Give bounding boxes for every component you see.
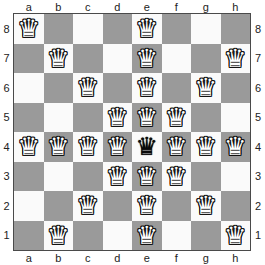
file-label-bottom-g: g — [191, 251, 221, 265]
square-f6[interactable] — [162, 73, 192, 103]
square-h1[interactable]: ♛ — [221, 221, 251, 251]
square-e8[interactable]: ♛ — [132, 14, 162, 44]
square-e4[interactable]: ♛ — [132, 132, 162, 162]
square-d6[interactable] — [103, 73, 133, 103]
square-c4[interactable]: ♛ — [73, 132, 103, 162]
square-b2[interactable] — [44, 191, 74, 221]
white-queen[interactable]: ♛ — [136, 44, 158, 74]
square-h5[interactable] — [221, 103, 251, 133]
square-h3[interactable] — [221, 162, 251, 192]
chess-board: ♛♛♛♛♛♛♛♛♛♛♛♛♛♛♛♛♛♛♛♛♛♛♛♛♛♛♛♛ — [13, 13, 251, 251]
square-a2[interactable] — [14, 191, 44, 221]
square-f7[interactable] — [162, 44, 192, 74]
square-e1[interactable]: ♛ — [132, 221, 162, 251]
white-queen[interactable]: ♛ — [136, 103, 158, 133]
rank-label-right-1: 1 — [251, 221, 265, 251]
square-a3[interactable] — [14, 162, 44, 192]
square-b5[interactable] — [44, 103, 74, 133]
square-g1[interactable] — [191, 221, 221, 251]
file-label-top-d: d — [103, 0, 133, 13]
white-queen[interactable]: ♛ — [136, 73, 158, 103]
file-label-top-g: g — [191, 0, 221, 13]
square-e6[interactable]: ♛ — [132, 73, 162, 103]
square-d3[interactable]: ♛ — [103, 162, 133, 192]
square-c2[interactable]: ♛ — [73, 191, 103, 221]
square-e7[interactable]: ♛ — [132, 44, 162, 74]
file-label-top-f: f — [162, 0, 192, 13]
square-a6[interactable] — [14, 73, 44, 103]
file-labels-bottom: abcdefgh — [14, 251, 250, 265]
white-queen[interactable]: ♛ — [47, 132, 69, 162]
square-f5[interactable]: ♛ — [162, 103, 192, 133]
rank-label-right-5: 5 — [251, 103, 265, 133]
square-g7[interactable] — [191, 44, 221, 74]
square-d2[interactable] — [103, 191, 133, 221]
square-e2[interactable]: ♛ — [132, 191, 162, 221]
square-c3[interactable] — [73, 162, 103, 192]
white-queen[interactable]: ♛ — [106, 103, 128, 133]
square-g8[interactable] — [191, 14, 221, 44]
file-label-bottom-c: c — [73, 251, 103, 265]
white-queen[interactable]: ♛ — [165, 132, 187, 162]
square-h4[interactable]: ♛ — [221, 132, 251, 162]
square-d5[interactable]: ♛ — [103, 103, 133, 133]
square-c7[interactable] — [73, 44, 103, 74]
square-a5[interactable] — [14, 103, 44, 133]
square-c5[interactable] — [73, 103, 103, 133]
chess-diagram: abcdefgh abcdefgh 87654321 87654321 ♛♛♛♛… — [0, 0, 265, 265]
rank-label-left-7: 7 — [0, 44, 13, 74]
file-label-bottom-b: b — [44, 251, 74, 265]
square-a4[interactable]: ♛ — [14, 132, 44, 162]
square-f1[interactable] — [162, 221, 192, 251]
rank-label-right-6: 6 — [251, 73, 265, 103]
square-d7[interactable] — [103, 44, 133, 74]
square-b3[interactable] — [44, 162, 74, 192]
rank-labels-left: 87654321 — [0, 14, 13, 250]
black-queen[interactable]: ♛ — [136, 132, 158, 162]
rank-labels-right: 87654321 — [251, 14, 265, 250]
file-label-top-h: h — [221, 0, 251, 13]
rank-label-left-1: 1 — [0, 221, 13, 251]
square-g2[interactable]: ♛ — [191, 191, 221, 221]
white-queen[interactable]: ♛ — [195, 191, 217, 221]
white-queen[interactable]: ♛ — [224, 132, 246, 162]
square-c8[interactable] — [73, 14, 103, 44]
file-label-bottom-d: d — [103, 251, 133, 265]
square-d4[interactable]: ♛ — [103, 132, 133, 162]
file-labels-top: abcdefgh — [14, 0, 250, 13]
rank-label-left-2: 2 — [0, 191, 13, 221]
square-g5[interactable] — [191, 103, 221, 133]
white-queen[interactable]: ♛ — [77, 132, 99, 162]
square-c1[interactable] — [73, 221, 103, 251]
square-c6[interactable]: ♛ — [73, 73, 103, 103]
square-e3[interactable]: ♛ — [132, 162, 162, 192]
white-queen[interactable]: ♛ — [136, 191, 158, 221]
rank-label-right-3: 3 — [251, 162, 265, 192]
white-queen[interactable]: ♛ — [18, 132, 40, 162]
square-b8[interactable] — [44, 14, 74, 44]
square-h7[interactable]: ♛ — [221, 44, 251, 74]
white-queen[interactable]: ♛ — [165, 162, 187, 192]
rank-label-left-5: 5 — [0, 103, 13, 133]
white-queen[interactable]: ♛ — [224, 221, 246, 251]
white-queen[interactable]: ♛ — [195, 73, 217, 103]
square-f2[interactable] — [162, 191, 192, 221]
square-a1[interactable] — [14, 221, 44, 251]
white-queen[interactable]: ♛ — [77, 73, 99, 103]
white-queen[interactable]: ♛ — [18, 14, 40, 44]
square-f8[interactable] — [162, 14, 192, 44]
square-g6[interactable]: ♛ — [191, 73, 221, 103]
file-label-top-c: c — [73, 0, 103, 13]
square-g3[interactable] — [191, 162, 221, 192]
file-label-bottom-a: a — [14, 251, 44, 265]
square-b6[interactable] — [44, 73, 74, 103]
file-label-top-e: e — [132, 0, 162, 13]
white-queen[interactable]: ♛ — [47, 44, 69, 74]
square-d8[interactable] — [103, 14, 133, 44]
white-queen[interactable]: ♛ — [47, 221, 69, 251]
white-queen[interactable]: ♛ — [106, 132, 128, 162]
white-queen[interactable]: ♛ — [165, 103, 187, 133]
square-a7[interactable] — [14, 44, 44, 74]
file-label-bottom-h: h — [221, 251, 251, 265]
rank-label-left-3: 3 — [0, 162, 13, 192]
white-queen[interactable]: ♛ — [106, 162, 128, 192]
square-b7[interactable]: ♛ — [44, 44, 74, 74]
file-label-top-a: a — [14, 0, 44, 13]
white-queen[interactable]: ♛ — [224, 44, 246, 74]
rank-label-right-7: 7 — [251, 44, 265, 74]
square-b4[interactable]: ♛ — [44, 132, 74, 162]
rank-label-left-8: 8 — [0, 14, 13, 44]
square-f4[interactable]: ♛ — [162, 132, 192, 162]
white-queen[interactable]: ♛ — [77, 191, 99, 221]
rank-label-left-4: 4 — [0, 132, 13, 162]
file-label-top-b: b — [44, 0, 74, 13]
rank-label-right-4: 4 — [251, 132, 265, 162]
square-h8[interactable] — [221, 14, 251, 44]
square-e5[interactable]: ♛ — [132, 103, 162, 133]
white-queen[interactable]: ♛ — [136, 162, 158, 192]
square-g4[interactable]: ♛ — [191, 132, 221, 162]
rank-label-left-6: 6 — [0, 73, 13, 103]
square-a8[interactable]: ♛ — [14, 14, 44, 44]
square-d1[interactable] — [103, 221, 133, 251]
white-queen[interactable]: ♛ — [195, 132, 217, 162]
square-b1[interactable]: ♛ — [44, 221, 74, 251]
square-h6[interactable] — [221, 73, 251, 103]
white-queen[interactable]: ♛ — [136, 221, 158, 251]
white-queen[interactable]: ♛ — [136, 14, 158, 44]
rank-label-right-8: 8 — [251, 14, 265, 44]
square-h2[interactable] — [221, 191, 251, 221]
square-f3[interactable]: ♛ — [162, 162, 192, 192]
rank-label-right-2: 2 — [251, 191, 265, 221]
file-label-bottom-f: f — [162, 251, 192, 265]
file-label-bottom-e: e — [132, 251, 162, 265]
